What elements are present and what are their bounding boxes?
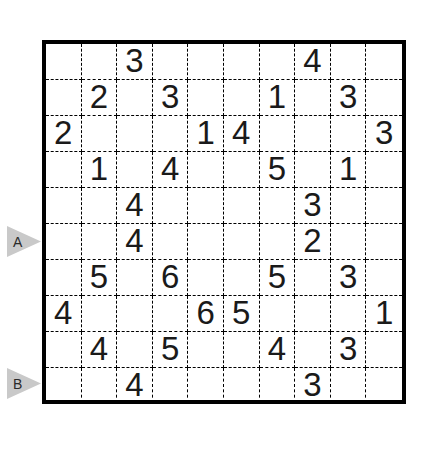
cell-r10c1[interactable] — [46, 368, 82, 403]
cell-r3c1[interactable]: 2 — [46, 116, 82, 152]
cell-r6c1[interactable] — [46, 224, 82, 260]
cell-r8c4[interactable] — [153, 296, 189, 332]
cell-r1c2[interactable] — [82, 44, 118, 80]
cell-r5c9[interactable] — [331, 188, 367, 224]
cell-r4c8[interactable] — [295, 152, 331, 188]
cell-r9c9[interactable]: 3 — [331, 332, 367, 368]
cell-r6c4[interactable] — [153, 224, 189, 260]
cell-r2c6[interactable] — [224, 80, 260, 116]
cell-r5c10[interactable] — [366, 188, 402, 224]
row-marker-a-label: A — [13, 234, 22, 250]
cell-r3c2[interactable] — [82, 116, 118, 152]
cell-r4c6[interactable] — [224, 152, 260, 188]
puzzle-grid: 34231321431451434256534651454343 — [42, 40, 406, 404]
cell-r5c7[interactable] — [260, 188, 296, 224]
row-marker-b-label: B — [13, 376, 22, 392]
cell-r8c9[interactable] — [331, 296, 367, 332]
cell-r3c3[interactable] — [117, 116, 153, 152]
cell-r5c4[interactable] — [153, 188, 189, 224]
cell-r10c6[interactable] — [224, 368, 260, 403]
cell-r2c8[interactable] — [295, 80, 331, 116]
cell-r5c8[interactable]: 3 — [295, 188, 331, 224]
cell-r1c6[interactable] — [224, 44, 260, 80]
cell-r8c7[interactable] — [260, 296, 296, 332]
cell-r1c9[interactable] — [331, 44, 367, 80]
cell-r6c7[interactable] — [260, 224, 296, 260]
cell-r7c10[interactable] — [366, 260, 402, 296]
cell-r2c9[interactable]: 3 — [331, 80, 367, 116]
row-marker-b: B — [7, 368, 41, 399]
cell-r1c3[interactable]: 3 — [117, 44, 153, 80]
cell-r3c4[interactable] — [153, 116, 189, 152]
cell-r9c3[interactable] — [117, 332, 153, 368]
cell-r7c4[interactable]: 6 — [153, 260, 189, 296]
cell-r8c1[interactable]: 4 — [46, 296, 82, 332]
puzzle-canvas: A B 34231321431451434256534651454343 — [0, 0, 447, 451]
cell-r2c1[interactable] — [46, 80, 82, 116]
cell-r7c9[interactable]: 3 — [331, 260, 367, 296]
cell-r2c7[interactable]: 1 — [260, 80, 296, 116]
cell-r7c8[interactable] — [295, 260, 331, 296]
cell-r1c7[interactable] — [260, 44, 296, 80]
cell-r10c10[interactable] — [366, 368, 402, 403]
cell-r4c1[interactable] — [46, 152, 82, 188]
cell-r4c2[interactable]: 1 — [82, 152, 118, 188]
cell-r6c5[interactable] — [188, 224, 224, 260]
cell-r8c2[interactable] — [82, 296, 118, 332]
cell-r4c10[interactable] — [366, 152, 402, 188]
cell-r9c2[interactable]: 4 — [82, 332, 118, 368]
cell-r1c5[interactable] — [188, 44, 224, 80]
cell-r8c3[interactable] — [117, 296, 153, 332]
cell-r7c6[interactable] — [224, 260, 260, 296]
cell-r1c8[interactable]: 4 — [295, 44, 331, 80]
cell-r3c7[interactable] — [260, 116, 296, 152]
cell-r3c8[interactable] — [295, 116, 331, 152]
cell-r1c10[interactable] — [366, 44, 402, 80]
cell-r6c10[interactable] — [366, 224, 402, 260]
cell-r8c6[interactable]: 5 — [224, 296, 260, 332]
cell-r10c7[interactable] — [260, 368, 296, 403]
cell-r7c5[interactable] — [188, 260, 224, 296]
cell-r10c9[interactable] — [331, 368, 367, 403]
cell-r6c3[interactable]: 4 — [117, 224, 153, 260]
cell-r4c7[interactable]: 5 — [260, 152, 296, 188]
cell-r6c8[interactable]: 2 — [295, 224, 331, 260]
cell-r5c5[interactable] — [188, 188, 224, 224]
cell-r9c7[interactable]: 4 — [260, 332, 296, 368]
row-marker-a: A — [7, 226, 41, 257]
cell-r5c6[interactable] — [224, 188, 260, 224]
cell-r8c8[interactable] — [295, 296, 331, 332]
cell-r9c1[interactable] — [46, 332, 82, 368]
cell-r2c3[interactable] — [117, 80, 153, 116]
cell-r10c4[interactable] — [153, 368, 189, 403]
cell-r9c10[interactable] — [366, 332, 402, 368]
cell-r2c4[interactable]: 3 — [153, 80, 189, 116]
cell-r3c9[interactable] — [331, 116, 367, 152]
cell-r3c5[interactable]: 1 — [188, 116, 224, 152]
cell-r1c4[interactable] — [153, 44, 189, 80]
cell-r8c5[interactable]: 6 — [188, 296, 224, 332]
cell-r4c9[interactable]: 1 — [331, 152, 367, 188]
cell-r9c6[interactable] — [224, 332, 260, 368]
cell-r7c1[interactable] — [46, 260, 82, 296]
cell-r2c2[interactable]: 2 — [82, 80, 118, 116]
cell-r10c8[interactable]: 3 — [295, 368, 331, 403]
cell-r8c10[interactable]: 1 — [366, 296, 402, 332]
cell-r6c9[interactable] — [331, 224, 367, 260]
cell-r7c3[interactable] — [117, 260, 153, 296]
cell-r9c4[interactable]: 5 — [153, 332, 189, 368]
cell-r2c10[interactable] — [366, 80, 402, 116]
cell-r9c8[interactable] — [295, 332, 331, 368]
cell-r10c2[interactable] — [82, 368, 118, 403]
cell-r10c5[interactable] — [188, 368, 224, 403]
cell-r4c5[interactable] — [188, 152, 224, 188]
cell-r5c1[interactable] — [46, 188, 82, 224]
cell-r7c7[interactable]: 5 — [260, 260, 296, 296]
cell-r4c4[interactable]: 4 — [153, 152, 189, 188]
cell-r6c2[interactable] — [82, 224, 118, 260]
cell-r6c6[interactable] — [224, 224, 260, 260]
cell-r5c3[interactable]: 4 — [117, 188, 153, 224]
cell-r9c5[interactable] — [188, 332, 224, 368]
cell-r7c2[interactable]: 5 — [82, 260, 118, 296]
cell-r3c10[interactable]: 3 — [366, 116, 402, 152]
cell-r3c6[interactable]: 4 — [224, 116, 260, 152]
cell-r1c1[interactable] — [46, 44, 82, 80]
cell-r4c3[interactable] — [117, 152, 153, 188]
cell-r5c2[interactable] — [82, 188, 118, 224]
cell-r2c5[interactable] — [188, 80, 224, 116]
cell-r10c3[interactable]: 4 — [117, 368, 153, 403]
